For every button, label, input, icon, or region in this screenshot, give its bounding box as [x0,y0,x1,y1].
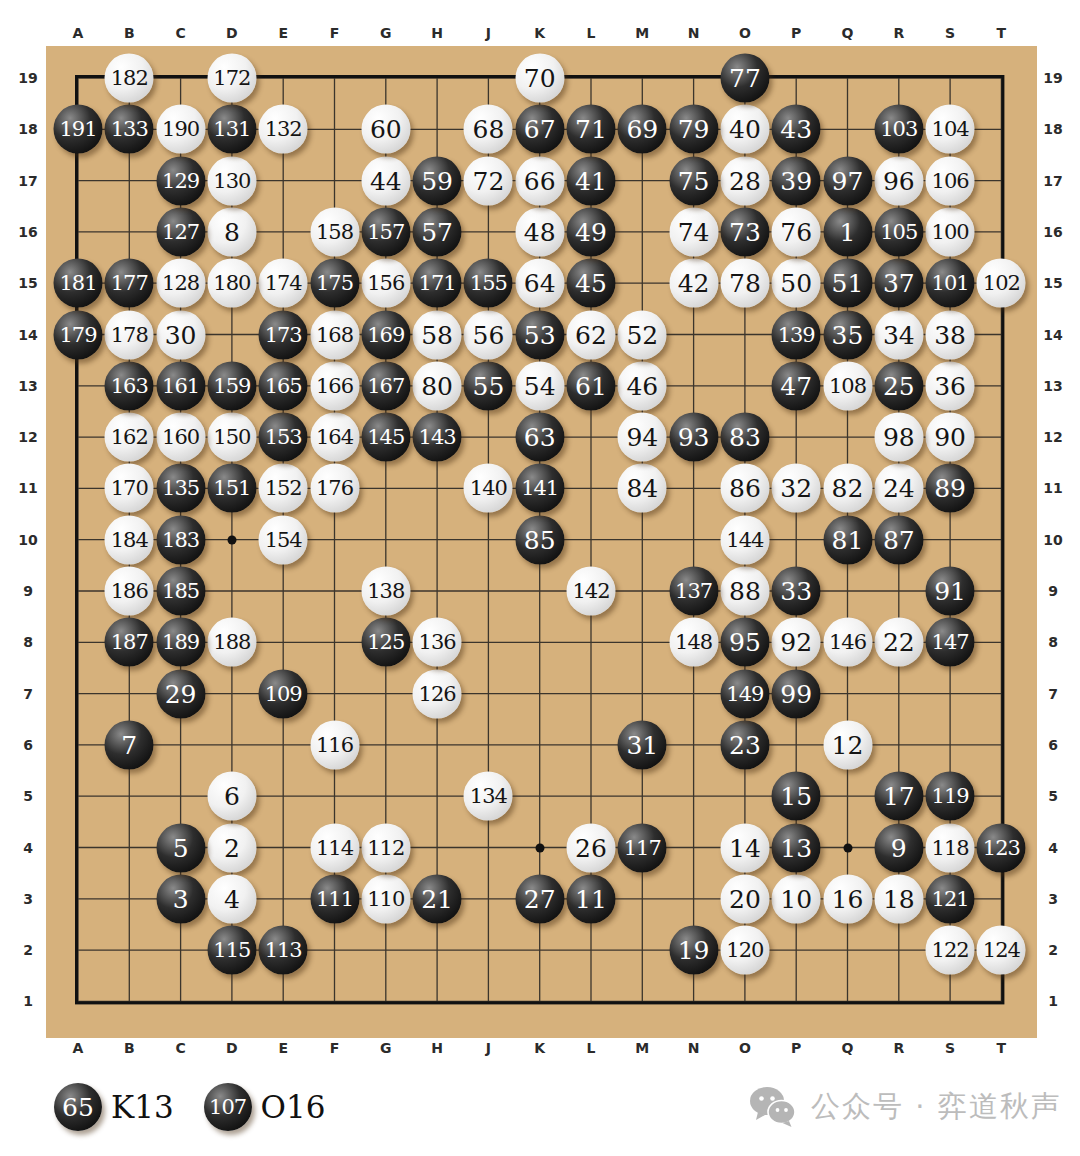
white-stone-130-d17: 130 [207,156,256,205]
move-number: 1 [840,219,856,244]
move-number: 120 [726,940,763,961]
row-label-left-12: 12 [18,429,37,445]
move-number: 16 [832,886,864,911]
white-stone-94-m12: 94 [618,413,667,462]
move-number: 183 [162,529,199,550]
move-number: 74 [678,219,710,244]
move-number: 82 [832,476,864,501]
row-label-right-6: 6 [1048,737,1058,753]
col-label-top-t: T [997,25,1007,41]
move-number: 181 [59,273,96,294]
caption-point-k13: K13 [111,1089,174,1125]
black-stone-81-q10: 81 [823,515,872,564]
move-number: 17 [883,784,915,809]
col-label-bottom-q: Q [842,1040,854,1056]
move-number: 153 [265,427,302,448]
white-stone-156-g15: 156 [361,259,410,308]
move-number: 15 [780,784,812,809]
black-stone-109-e7: 109 [259,669,308,718]
black-stone-133-b18: 133 [105,105,154,154]
row-label-right-1: 1 [1048,993,1058,1009]
move-number: 158 [316,221,353,242]
move-number: 47 [780,373,812,398]
move-number: 41 [575,168,607,193]
move-number: 94 [626,425,658,450]
white-stone-8-d16: 8 [207,207,256,256]
black-stone-167-g13: 167 [361,361,410,410]
black-stone-111-f3: 111 [310,874,359,923]
black-stone-23-o6: 23 [720,720,769,769]
black-stone-177-b15: 177 [105,259,154,308]
black-stone-33-p9: 33 [772,567,821,616]
move-number: 144 [726,529,763,550]
col-label-top-e: E [278,25,288,41]
caption-move-notes: 65 K13 107 O16 [54,1082,325,1132]
row-label-left-6: 6 [23,737,33,753]
white-stone-26-l4: 26 [567,823,616,872]
white-stone-164-f12: 164 [310,413,359,462]
col-label-top-j: J [486,25,491,41]
move-number: 44 [370,168,402,193]
black-stone-95-o8: 95 [720,618,769,667]
move-number: 57 [421,219,453,244]
white-stone-140-j11: 140 [464,464,513,513]
white-stone-138-g9: 138 [361,567,410,616]
black-stone-35-q14: 35 [823,310,872,359]
white-stone-154-e10: 154 [259,515,308,564]
caption-stone-107-number: 107 [209,1097,246,1118]
white-stone-68-j18: 68 [464,105,513,154]
move-number: 117 [624,837,661,858]
move-number: 106 [932,170,969,191]
move-number: 92 [780,630,812,655]
white-stone-18-r3: 18 [874,874,923,923]
white-stone-166-f13: 166 [310,361,359,410]
white-stone-158-f16: 158 [310,207,359,256]
white-stone-118-s4: 118 [926,823,975,872]
black-stone-187-b8: 187 [105,618,154,667]
move-number: 13 [780,835,812,860]
move-number: 55 [472,373,504,398]
move-number: 99 [780,681,812,706]
move-number: 19 [678,938,710,963]
move-number: 147 [932,632,969,653]
move-number: 43 [780,117,812,142]
row-label-right-17: 17 [1043,173,1062,189]
white-stone-72-j17: 72 [464,156,513,205]
watermark: 公众号 · 弈道秋声 [748,1086,1062,1128]
move-number: 173 [265,324,302,345]
move-number: 30 [165,322,197,347]
white-stone-24-r11: 24 [874,464,923,513]
caption-stone-65: 65 [54,1083,102,1131]
move-number: 31 [626,732,658,757]
col-label-top-l: L [587,25,596,41]
black-stone-171-h15: 171 [413,259,462,308]
move-number: 152 [265,478,302,499]
white-stone-30-c14: 30 [156,310,205,359]
black-stone-39-p17: 39 [772,156,821,205]
col-label-bottom-f: F [330,1040,340,1056]
move-number: 161 [162,375,199,396]
move-number: 29 [165,681,197,706]
row-label-left-1: 1 [23,993,33,1009]
white-stone-108-q13: 108 [823,361,872,410]
black-stone-47-p13: 47 [772,361,821,410]
white-stone-12-q6: 12 [823,720,872,769]
black-stone-175-f15: 175 [310,259,359,308]
black-stone-141-k11: 141 [515,464,564,513]
move-number: 105 [880,221,917,242]
black-stone-27-k3: 27 [515,874,564,923]
star-point-k4 [535,843,544,852]
black-stone-135-c11: 135 [156,464,205,513]
white-stone-136-h8: 136 [413,618,462,667]
move-number: 171 [419,273,456,294]
move-number: 174 [265,273,302,294]
move-number: 56 [472,322,504,347]
row-label-right-2: 2 [1048,942,1058,958]
row-label-left-16: 16 [18,224,37,240]
white-stone-112-g4: 112 [361,823,410,872]
black-stone-101-s15: 101 [926,259,975,308]
black-stone-43-p18: 43 [772,105,821,154]
white-stone-144-o10: 144 [720,515,769,564]
move-number: 86 [729,476,761,501]
move-number: 122 [932,940,969,961]
white-stone-32-p11: 32 [772,464,821,513]
black-stone-125-g8: 125 [361,618,410,667]
move-number: 177 [111,273,148,294]
black-stone-121-s3: 121 [926,874,975,923]
move-number: 49 [575,219,607,244]
row-label-left-3: 3 [23,891,33,907]
black-stone-61-l13: 61 [567,361,616,410]
row-label-left-19: 19 [18,70,37,86]
col-label-bottom-h: H [431,1040,443,1056]
move-number: 72 [472,168,504,193]
col-label-bottom-c: C [175,1040,185,1056]
move-number: 58 [421,322,453,347]
black-stone-77-o19: 77 [720,54,769,103]
move-number: 162 [111,427,148,448]
row-label-right-8: 8 [1048,634,1058,650]
col-label-bottom-e: E [278,1040,288,1056]
move-number: 188 [213,632,250,653]
move-number: 130 [213,170,250,191]
white-stone-90-s12: 90 [926,413,975,462]
row-label-right-16: 16 [1043,224,1062,240]
white-stone-14-o4: 14 [720,823,769,872]
black-stone-7-b6: 7 [105,720,154,769]
move-number: 37 [883,271,915,296]
caption-point-o16: O16 [261,1089,326,1125]
row-label-right-11: 11 [1043,480,1062,496]
white-stone-66-k17: 66 [515,156,564,205]
white-stone-48-k16: 48 [515,207,564,256]
move-number: 114 [316,837,353,858]
col-label-bottom-p: P [791,1040,801,1056]
move-number: 126 [419,683,456,704]
move-number: 112 [367,837,404,858]
white-stone-172-d19: 172 [207,54,256,103]
black-stone-105-r16: 105 [874,207,923,256]
star-point-q4 [843,843,852,852]
move-number: 157 [367,221,404,242]
move-number: 24 [883,476,915,501]
caption-stone-107: 107 [204,1083,252,1131]
move-number: 128 [162,273,199,294]
black-stone-1-q16: 1 [823,207,872,256]
white-stone-132-e18: 132 [259,105,308,154]
move-number: 33 [780,579,812,604]
move-number: 129 [162,170,199,191]
move-number: 11 [575,886,607,911]
row-label-left-4: 4 [23,840,33,856]
move-number: 61 [575,373,607,398]
black-stone-55-j13: 55 [464,361,513,410]
white-stone-34-r14: 34 [874,310,923,359]
white-stone-50-p15: 50 [772,259,821,308]
white-stone-178-b14: 178 [105,310,154,359]
star-point-d10 [227,535,236,544]
move-number: 36 [934,373,966,398]
move-number: 85 [524,527,556,552]
white-stone-190-c18: 190 [156,105,205,154]
col-label-bottom-r: R [893,1040,904,1056]
white-stone-84-m11: 84 [618,464,667,513]
row-label-left-15: 15 [18,275,37,291]
black-stone-161-c13: 161 [156,361,205,410]
move-number: 64 [524,271,556,296]
caption-stone-65-number: 65 [62,1095,94,1120]
move-number: 70 [524,66,556,91]
black-stone-139-p14: 139 [772,310,821,359]
move-number: 115 [213,940,250,961]
move-number: 79 [678,117,710,142]
col-label-top-r: R [893,25,904,41]
col-label-bottom-a: A [73,1040,84,1056]
white-stone-176-f11: 176 [310,464,359,513]
move-number: 81 [832,527,864,552]
move-number: 141 [521,478,558,499]
white-stone-134-j5: 134 [464,772,513,821]
white-stone-148-n8: 148 [669,618,718,667]
move-number: 5 [173,835,189,860]
white-stone-70-k19: 70 [515,54,564,103]
black-stone-87-r10: 87 [874,515,923,564]
black-stone-97-q17: 97 [823,156,872,205]
white-stone-6-d5: 6 [207,772,256,821]
white-stone-4-d3: 4 [207,874,256,923]
white-stone-16-q3: 16 [823,874,872,923]
move-number: 123 [983,837,1020,858]
white-stone-74-n16: 74 [669,207,718,256]
move-number: 48 [524,219,556,244]
move-number: 27 [524,886,556,911]
black-stone-169-g14: 169 [361,310,410,359]
move-number: 121 [932,888,969,909]
move-number: 184 [111,529,148,550]
col-label-bottom-s: S [945,1040,955,1056]
white-stone-184-b10: 184 [105,515,154,564]
move-number: 97 [832,168,864,193]
black-stone-159-d13: 159 [207,361,256,410]
white-stone-124-t2: 124 [977,926,1026,975]
move-number: 23 [729,732,761,757]
white-stone-182-b19: 182 [105,54,154,103]
move-number: 187 [111,632,148,653]
move-number: 169 [367,324,404,345]
move-number: 116 [316,734,353,755]
move-number: 98 [883,425,915,450]
row-label-right-15: 15 [1043,275,1062,291]
black-stone-189-c8: 189 [156,618,205,667]
black-stone-13-p4: 13 [772,823,821,872]
move-number: 149 [726,683,763,704]
wechat-icon [748,1086,796,1128]
move-number: 134 [470,786,507,807]
col-label-bottom-g: G [380,1040,392,1056]
move-number: 40 [729,117,761,142]
black-stone-93-n12: 93 [669,413,718,462]
white-stone-114-f4: 114 [310,823,359,872]
white-stone-162-b12: 162 [105,413,154,462]
move-number: 185 [162,581,199,602]
black-stone-63-k12: 63 [515,413,564,462]
black-stone-185-c9: 185 [156,567,205,616]
move-number: 18 [883,886,915,911]
move-number: 25 [883,373,915,398]
col-label-bottom-l: L [587,1040,596,1056]
white-stone-96-r17: 96 [874,156,923,205]
black-stone-153-e12: 153 [259,413,308,462]
move-number: 119 [932,786,969,807]
col-label-top-p: P [791,25,801,41]
col-label-top-n: N [688,25,700,41]
black-stone-25-r13: 25 [874,361,923,410]
move-number: 133 [111,119,148,140]
black-stone-69-m18: 69 [618,105,667,154]
white-stone-110-g3: 110 [361,874,410,923]
col-label-top-a: A [73,25,84,41]
move-number: 34 [883,322,915,347]
move-number: 12 [832,732,864,757]
move-number: 189 [162,632,199,653]
black-stone-53-k14: 53 [515,310,564,359]
move-number: 145 [367,427,404,448]
black-stone-103-r18: 103 [874,105,923,154]
move-number: 32 [780,476,812,501]
move-number: 77 [729,66,761,91]
move-number: 102 [983,273,1020,294]
row-label-left-7: 7 [23,686,33,702]
row-label-left-14: 14 [18,327,37,343]
black-stone-73-o16: 73 [720,207,769,256]
move-number: 71 [575,117,607,142]
move-number: 20 [729,886,761,911]
move-number: 90 [934,425,966,450]
move-number: 100 [932,221,969,242]
white-stone-88-o9: 88 [720,567,769,616]
row-label-left-18: 18 [18,121,37,137]
col-label-bottom-o: O [739,1040,751,1056]
row-label-left-10: 10 [18,532,37,548]
black-stone-89-s11: 89 [926,464,975,513]
go-kifu-page: AABBCCDDEEFFGGHHJJKKLLMMNNOOPPQQRRSSTT19… [0,0,1080,1156]
col-label-bottom-k: K [534,1040,545,1056]
black-stone-145-g12: 145 [361,413,410,462]
row-label-right-12: 12 [1043,429,1062,445]
black-stone-5-c4: 5 [156,823,205,872]
move-number: 63 [524,425,556,450]
move-number: 127 [162,221,199,242]
move-number: 35 [832,322,864,347]
move-number: 52 [626,322,658,347]
black-stone-143-h12: 143 [413,413,462,462]
move-number: 45 [575,271,607,296]
move-number: 111 [316,888,353,909]
black-stone-79-n18: 79 [669,105,718,154]
col-label-bottom-t: T [997,1040,1007,1056]
black-stone-179-a14: 179 [54,310,103,359]
black-stone-113-e2: 113 [259,926,308,975]
move-number: 14 [729,835,761,860]
black-stone-15-p5: 15 [772,772,821,821]
white-stone-62-l14: 62 [567,310,616,359]
move-number: 59 [421,168,453,193]
move-number: 22 [883,630,915,655]
move-number: 68 [472,117,504,142]
move-number: 182 [111,68,148,89]
black-stone-19-n2: 19 [669,926,718,975]
black-stone-17-r5: 17 [874,772,923,821]
move-number: 89 [934,476,966,501]
move-number: 160 [162,427,199,448]
move-number: 140 [470,478,507,499]
black-stone-31-m6: 31 [618,720,667,769]
black-stone-9-r4: 9 [874,823,923,872]
black-stone-11-l3: 11 [567,874,616,923]
watermark-text: 公众号 · 弈道秋声 [811,1087,1062,1127]
move-number: 87 [883,527,915,552]
move-number: 95 [729,630,761,655]
move-number: 167 [367,375,404,396]
move-number: 168 [316,324,353,345]
black-stone-71-l18: 71 [567,105,616,154]
move-number: 110 [367,888,404,909]
move-number: 39 [780,168,812,193]
move-number: 143 [419,427,456,448]
black-stone-129-c17: 129 [156,156,205,205]
black-stone-157-g16: 157 [361,207,410,256]
row-label-right-9: 9 [1048,583,1058,599]
move-number: 109 [265,683,302,704]
move-number: 7 [121,732,137,757]
white-stone-180-d15: 180 [207,259,256,308]
black-stone-155-j15: 155 [464,259,513,308]
row-label-left-13: 13 [18,378,37,394]
white-stone-22-r8: 22 [874,618,923,667]
black-stone-45-l15: 45 [567,259,616,308]
white-stone-42-n15: 42 [669,259,718,308]
move-number: 178 [111,324,148,345]
move-number: 6 [224,784,240,809]
black-stone-57-h16: 57 [413,207,462,256]
move-number: 28 [729,168,761,193]
move-number: 78 [729,271,761,296]
white-stone-152-e11: 152 [259,464,308,513]
